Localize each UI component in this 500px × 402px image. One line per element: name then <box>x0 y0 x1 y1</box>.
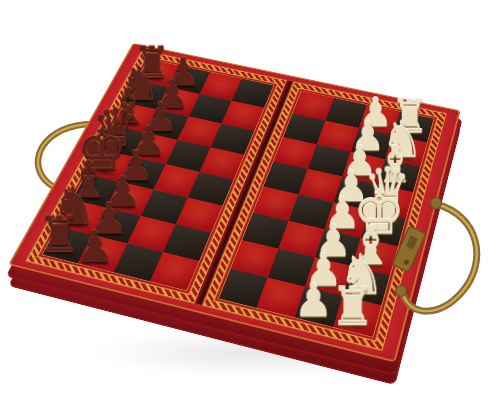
clasp-lock <box>392 226 426 272</box>
right-handle <box>0 0 500 402</box>
product-photo-scene: ♜♟♞♟♝♟♛♟♚♟♝♟♞♟♜♟ <box>0 0 500 402</box>
